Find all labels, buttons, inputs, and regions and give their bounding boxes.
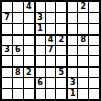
cell-r5c9[interactable] [89,46,99,56]
cell-r4c6[interactable]: 2 [56,35,66,45]
cell-r9c4[interactable] [35,89,45,99]
cell-r6c3[interactable] [24,56,34,66]
cell-r6c5[interactable] [46,56,56,66]
cell-r7c2[interactable]: 8 [13,67,23,77]
cell-r7c6[interactable]: 5 [56,67,66,77]
cell-r8c3[interactable] [24,78,34,88]
cell-r5c3[interactable] [24,46,34,56]
cell-r4c5[interactable]: 4 [46,35,56,45]
cell-r3c6[interactable] [56,24,66,34]
cell-r7c3[interactable]: 2 [24,67,34,77]
cell-r2c5[interactable] [46,13,56,23]
cell-r6c8[interactable] [78,56,88,66]
cell-r1c5[interactable] [46,2,56,12]
cell-r3c5[interactable] [46,24,56,34]
cell-r9c9[interactable] [89,89,99,99]
cell-r9c5[interactable] [46,89,56,99]
cell-r5c6[interactable] [56,46,66,56]
cell-r2c9[interactable] [89,13,99,23]
cell-r6c7[interactable] [67,56,77,66]
cell-r1c8[interactable]: 2 [78,2,88,12]
cell-r3c1[interactable] [2,24,12,34]
cell-r2c6[interactable] [56,13,66,23]
cell-r4c7[interactable] [67,35,77,45]
cell-r3c9[interactable] [89,24,99,34]
cell-r5c2[interactable]: 6 [13,46,23,56]
cell-r8c7[interactable]: 3 [67,78,77,88]
cell-r7c9[interactable] [89,67,99,77]
cell-r9c7[interactable]: 1 [67,89,77,99]
cell-r1c3[interactable]: 4 [24,2,34,12]
cell-r7c7[interactable] [67,67,77,77]
cell-r5c5[interactable]: 7 [46,46,56,56]
cell-r5c1[interactable]: 3 [2,46,12,56]
cell-r4c8[interactable]: 8 [78,35,88,45]
cell-r3c7[interactable] [67,24,77,34]
cell-r2c8[interactable] [78,13,88,23]
cell-r1c7[interactable] [67,2,77,12]
cell-r8c1[interactable] [2,78,12,88]
cell-r2c1[interactable]: 7 [2,13,12,23]
cell-r6c9[interactable] [89,56,99,66]
cell-r7c4[interactable] [35,67,45,77]
cell-r4c1[interactable] [2,35,12,45]
cell-r9c1[interactable] [2,89,12,99]
cell-r3c3[interactable] [24,24,34,34]
sudoku-board: 42731428367825631 [0,0,101,101]
cell-r6c4[interactable] [35,56,45,66]
cell-r1c2[interactable] [13,2,23,12]
cell-r5c4[interactable] [35,46,45,56]
cell-r9c3[interactable] [24,89,34,99]
cell-r9c8[interactable] [78,89,88,99]
cell-r5c8[interactable] [78,46,88,56]
cell-r7c5[interactable] [46,67,56,77]
cell-r7c8[interactable] [78,67,88,77]
cell-r4c3[interactable] [24,35,34,45]
cell-r1c9[interactable] [89,2,99,12]
cell-r8c4[interactable]: 6 [35,78,45,88]
cell-r5c7[interactable] [67,46,77,56]
cell-r9c6[interactable] [56,89,66,99]
cell-r1c4[interactable] [35,2,45,12]
cell-r7c1[interactable] [2,67,12,77]
cell-r3c4[interactable]: 1 [35,24,45,34]
cell-r8c2[interactable] [13,78,23,88]
cell-r2c4[interactable]: 3 [35,13,45,23]
cell-r8c6[interactable] [56,78,66,88]
cell-r6c1[interactable] [2,56,12,66]
cell-r3c2[interactable] [13,24,23,34]
cell-r6c6[interactable] [56,56,66,66]
cell-r4c9[interactable] [89,35,99,45]
cell-r9c2[interactable] [13,89,23,99]
cell-r1c6[interactable] [56,2,66,12]
cell-r4c2[interactable] [13,35,23,45]
cell-r2c3[interactable] [24,13,34,23]
cell-r8c9[interactable] [89,78,99,88]
cell-r8c5[interactable] [46,78,56,88]
cell-r1c1[interactable] [2,2,12,12]
cell-r2c2[interactable] [13,13,23,23]
cell-r8c8[interactable] [78,78,88,88]
cell-r4c4[interactable] [35,35,45,45]
cell-r6c2[interactable] [13,56,23,66]
cell-r3c8[interactable] [78,24,88,34]
cell-r2c7[interactable] [67,13,77,23]
